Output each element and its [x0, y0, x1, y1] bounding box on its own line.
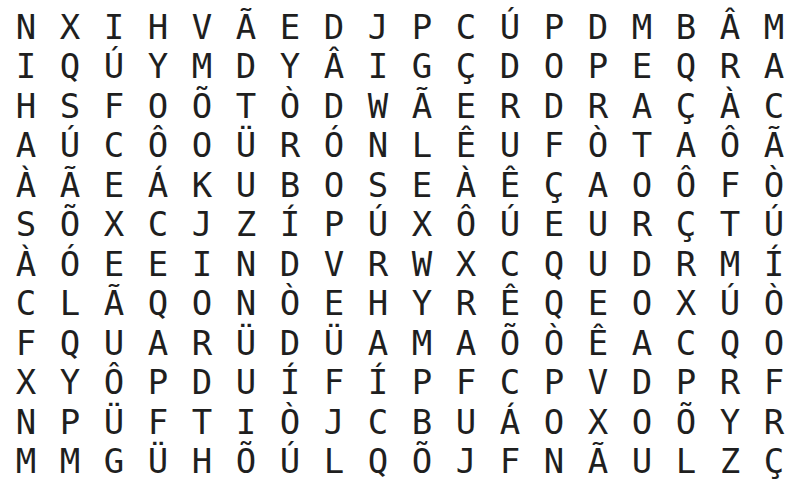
letter-cell-r12c8[interactable]: L: [312, 442, 356, 482]
letter-cell-r3c1[interactable]: H: [4, 86, 48, 126]
letter-cell-r12c18[interactable]: Ç: [752, 442, 796, 482]
letter-cell-r4c8[interactable]: Ó: [312, 126, 356, 166]
letter-cell-r6c1[interactable]: S: [4, 205, 48, 245]
letter-cell-r7c14[interactable]: U: [576, 244, 620, 284]
letter-cell-r2c9[interactable]: I: [356, 47, 400, 87]
letter-cell-r9c18[interactable]: O: [752, 323, 796, 363]
letter-cell-r8c1[interactable]: C: [4, 284, 48, 324]
letter-cell-r10c4[interactable]: P: [136, 363, 180, 403]
letter-cell-r4c4[interactable]: Ô: [136, 126, 180, 166]
letter-cell-r4c6[interactable]: Ü: [224, 126, 268, 166]
letter-cell-r4c14[interactable]: Ò: [576, 126, 620, 166]
letter-cell-r1c11[interactable]: C: [444, 7, 488, 47]
letter-cell-r2c18[interactable]: A: [752, 47, 796, 87]
letter-cell-r11c2[interactable]: P: [48, 402, 92, 442]
letter-cell-r6c2[interactable]: Õ: [48, 205, 92, 245]
letter-cell-r6c4[interactable]: C: [136, 205, 180, 245]
letter-cell-r5c1[interactable]: À: [4, 165, 48, 205]
letter-cell-r7c17[interactable]: M: [708, 244, 752, 284]
letter-cell-r9c9[interactable]: A: [356, 323, 400, 363]
letter-cell-r10c18[interactable]: F: [752, 363, 796, 403]
letter-cell-r8c6[interactable]: N: [224, 284, 268, 324]
letter-cell-r6c14[interactable]: U: [576, 205, 620, 245]
letter-cell-r9c13[interactable]: Ò: [532, 323, 576, 363]
letter-cell-r8c2[interactable]: L: [48, 284, 92, 324]
letter-cell-r7c10[interactable]: W: [400, 244, 444, 284]
letter-cell-r12c1[interactable]: M: [4, 442, 48, 482]
letter-cell-r12c16[interactable]: L: [664, 442, 708, 482]
letter-cell-r5c13[interactable]: Ç: [532, 165, 576, 205]
letter-cell-r8c11[interactable]: R: [444, 284, 488, 324]
letter-cell-r9c8[interactable]: Ü: [312, 323, 356, 363]
letter-cell-r11c4[interactable]: F: [136, 402, 180, 442]
letter-cell-r3c6[interactable]: T: [224, 86, 268, 126]
letter-cell-r8c10[interactable]: Y: [400, 284, 444, 324]
letter-cell-r7c8[interactable]: V: [312, 244, 356, 284]
letter-cell-r4c5[interactable]: O: [180, 126, 224, 166]
letter-cell-r10c10[interactable]: P: [400, 363, 444, 403]
letter-cell-r12c9[interactable]: Q: [356, 442, 400, 482]
letter-cell-r5c7[interactable]: B: [268, 165, 312, 205]
letter-cell-r10c13[interactable]: P: [532, 363, 576, 403]
letter-cell-r10c2[interactable]: Y: [48, 363, 92, 403]
letter-cell-r3c14[interactable]: R: [576, 86, 620, 126]
letter-cell-r11c10[interactable]: B: [400, 402, 444, 442]
letter-cell-r2c6[interactable]: D: [224, 47, 268, 87]
letter-cell-r10c8[interactable]: F: [312, 363, 356, 403]
letter-cell-r4c17[interactable]: Ô: [708, 126, 752, 166]
letter-cell-r12c4[interactable]: Ü: [136, 442, 180, 482]
letter-cell-r8c17[interactable]: Ú: [708, 284, 752, 324]
letter-cell-r1c15[interactable]: M: [620, 7, 664, 47]
letter-cell-r4c10[interactable]: L: [400, 126, 444, 166]
letter-cell-r3c12[interactable]: R: [488, 86, 532, 126]
letter-cell-r11c9[interactable]: C: [356, 402, 400, 442]
letter-cell-r3c8[interactable]: D: [312, 86, 356, 126]
letter-cell-r1c13[interactable]: P: [532, 7, 576, 47]
letter-cell-r7c18[interactable]: Í: [752, 244, 796, 284]
letter-cell-r6c11[interactable]: Ô: [444, 205, 488, 245]
letter-cell-r5c9[interactable]: S: [356, 165, 400, 205]
letter-cell-r4c15[interactable]: T: [620, 126, 664, 166]
letter-cell-r7c2[interactable]: Ó: [48, 244, 92, 284]
letter-cell-r7c15[interactable]: D: [620, 244, 664, 284]
letter-cell-r2c8[interactable]: Â: [312, 47, 356, 87]
letter-cell-r9c4[interactable]: A: [136, 323, 180, 363]
letter-cell-r10c12[interactable]: C: [488, 363, 532, 403]
letter-cell-r10c1[interactable]: X: [4, 363, 48, 403]
letter-cell-r1c8[interactable]: D: [312, 7, 356, 47]
letter-cell-r7c1[interactable]: À: [4, 244, 48, 284]
letter-cell-r6c13[interactable]: E: [532, 205, 576, 245]
letter-cell-r4c12[interactable]: U: [488, 126, 532, 166]
letter-cell-r7c5[interactable]: I: [180, 244, 224, 284]
letter-cell-r3c7[interactable]: Ò: [268, 86, 312, 126]
letter-cell-r8c7[interactable]: Ò: [268, 284, 312, 324]
letter-cell-r9c11[interactable]: A: [444, 323, 488, 363]
letter-cell-r2c1[interactable]: I: [4, 47, 48, 87]
letter-cell-r1c5[interactable]: V: [180, 7, 224, 47]
letter-cell-r8c13[interactable]: Q: [532, 284, 576, 324]
letter-cell-r9c2[interactable]: Q: [48, 323, 92, 363]
letter-cell-r1c18[interactable]: M: [752, 7, 796, 47]
letter-cell-r9c14[interactable]: Ê: [576, 323, 620, 363]
letter-cell-r5c5[interactable]: K: [180, 165, 224, 205]
letter-cell-r5c18[interactable]: Ò: [752, 165, 796, 205]
letter-cell-r9c15[interactable]: A: [620, 323, 664, 363]
letter-cell-r4c7[interactable]: R: [268, 126, 312, 166]
letter-cell-r6c3[interactable]: X: [92, 205, 136, 245]
letter-cell-r2c12[interactable]: D: [488, 47, 532, 87]
letter-cell-r11c3[interactable]: Ü: [92, 402, 136, 442]
letter-cell-r7c12[interactable]: C: [488, 244, 532, 284]
letter-cell-r6c16[interactable]: Ç: [664, 205, 708, 245]
letter-cell-r6c5[interactable]: J: [180, 205, 224, 245]
letter-cell-r4c1[interactable]: A: [4, 126, 48, 166]
letter-cell-r9c10[interactable]: M: [400, 323, 444, 363]
letter-cell-r9c5[interactable]: R: [180, 323, 224, 363]
letter-cell-r6c15[interactable]: R: [620, 205, 664, 245]
letter-cell-r4c9[interactable]: N: [356, 126, 400, 166]
letter-cell-r10c16[interactable]: P: [664, 363, 708, 403]
letter-cell-r2c13[interactable]: O: [532, 47, 576, 87]
letter-cell-r5c2[interactable]: Ã: [48, 165, 92, 205]
letter-cell-r10c9[interactable]: Í: [356, 363, 400, 403]
letter-cell-r2c7[interactable]: Y: [268, 47, 312, 87]
letter-cell-r1c2[interactable]: X: [48, 7, 92, 47]
letter-cell-r2c4[interactable]: Y: [136, 47, 180, 87]
letter-cell-r6c8[interactable]: P: [312, 205, 356, 245]
letter-cell-r1c7[interactable]: E: [268, 7, 312, 47]
letter-cell-r4c13[interactable]: F: [532, 126, 576, 166]
letter-cell-r12c17[interactable]: Z: [708, 442, 752, 482]
letter-cell-r6c17[interactable]: T: [708, 205, 752, 245]
letter-cell-r12c5[interactable]: H: [180, 442, 224, 482]
letter-cell-r7c3[interactable]: E: [92, 244, 136, 284]
letter-cell-r2c16[interactable]: Q: [664, 47, 708, 87]
letter-cell-r12c2[interactable]: M: [48, 442, 92, 482]
letter-cell-r10c17[interactable]: R: [708, 363, 752, 403]
letter-cell-r7c9[interactable]: R: [356, 244, 400, 284]
letter-cell-r3c3[interactable]: F: [92, 86, 136, 126]
letter-cell-r9c7[interactable]: D: [268, 323, 312, 363]
letter-cell-r5c11[interactable]: À: [444, 165, 488, 205]
letter-cell-r5c17[interactable]: F: [708, 165, 752, 205]
letter-cell-r11c11[interactable]: U: [444, 402, 488, 442]
letter-cell-r3c16[interactable]: Ç: [664, 86, 708, 126]
letter-cell-r2c5[interactable]: M: [180, 47, 224, 87]
letter-cell-r12c7[interactable]: Ú: [268, 442, 312, 482]
letter-cell-r11c7[interactable]: Ò: [268, 402, 312, 442]
letter-cell-r3c15[interactable]: A: [620, 86, 664, 126]
letter-cell-r1c17[interactable]: Â: [708, 7, 752, 47]
letter-cell-r8c9[interactable]: H: [356, 284, 400, 324]
letter-cell-r7c6[interactable]: N: [224, 244, 268, 284]
letter-cell-r6c12[interactable]: Ú: [488, 205, 532, 245]
letter-cell-r5c16[interactable]: Ô: [664, 165, 708, 205]
letter-cell-r11c12[interactable]: Á: [488, 402, 532, 442]
letter-cell-r11c1[interactable]: N: [4, 402, 48, 442]
letter-cell-r12c10[interactable]: Õ: [400, 442, 444, 482]
letter-cell-r3c10[interactable]: Ã: [400, 86, 444, 126]
letter-cell-r11c17[interactable]: Y: [708, 402, 752, 442]
letter-cell-r2c15[interactable]: E: [620, 47, 664, 87]
letter-cell-r1c4[interactable]: H: [136, 7, 180, 47]
letter-cell-r12c3[interactable]: G: [92, 442, 136, 482]
letter-cell-r2c11[interactable]: Ç: [444, 47, 488, 87]
letter-cell-r9c3[interactable]: U: [92, 323, 136, 363]
letter-cell-r10c11[interactable]: F: [444, 363, 488, 403]
letter-cell-r6c9[interactable]: Ú: [356, 205, 400, 245]
letter-cell-r1c16[interactable]: B: [664, 7, 708, 47]
letter-cell-r11c6[interactable]: I: [224, 402, 268, 442]
letter-cell-r7c11[interactable]: X: [444, 244, 488, 284]
letter-cell-r5c12[interactable]: Ê: [488, 165, 532, 205]
letter-cell-r2c3[interactable]: Ú: [92, 47, 136, 87]
letter-cell-r4c18[interactable]: Ã: [752, 126, 796, 166]
letter-cell-r10c14[interactable]: V: [576, 363, 620, 403]
letter-cell-r5c3[interactable]: E: [92, 165, 136, 205]
letter-cell-r6c7[interactable]: Í: [268, 205, 312, 245]
letter-cell-r2c2[interactable]: Q: [48, 47, 92, 87]
letter-cell-r1c6[interactable]: Ã: [224, 7, 268, 47]
letter-cell-r5c14[interactable]: A: [576, 165, 620, 205]
letter-cell-r8c15[interactable]: O: [620, 284, 664, 324]
letter-cell-r8c3[interactable]: Ã: [92, 284, 136, 324]
letter-cell-r9c6[interactable]: Ü: [224, 323, 268, 363]
letter-cell-r11c8[interactable]: J: [312, 402, 356, 442]
letter-cell-r3c11[interactable]: E: [444, 86, 488, 126]
letter-cell-r4c2[interactable]: Ú: [48, 126, 92, 166]
letter-cell-r8c18[interactable]: Ò: [752, 284, 796, 324]
letter-cell-r9c16[interactable]: C: [664, 323, 708, 363]
letter-cell-r2c14[interactable]: P: [576, 47, 620, 87]
letter-cell-r5c10[interactable]: E: [400, 165, 444, 205]
letter-cell-r6c18[interactable]: Ú: [752, 205, 796, 245]
letter-cell-r1c12[interactable]: Ú: [488, 7, 532, 47]
word-search-grid: NXIHVÃEDJPCÚPDMBÂMIQÚYMDYÂIGÇDOPEQRAHSFO…: [4, 7, 796, 481]
letter-cell-r11c5[interactable]: T: [180, 402, 224, 442]
letter-cell-r2c17[interactable]: R: [708, 47, 752, 87]
letter-cell-r10c6[interactable]: U: [224, 363, 268, 403]
letter-cell-r3c17[interactable]: À: [708, 86, 752, 126]
letter-cell-r1c14[interactable]: D: [576, 7, 620, 47]
letter-cell-r11c14[interactable]: X: [576, 402, 620, 442]
letter-cell-r7c4[interactable]: E: [136, 244, 180, 284]
letter-cell-r11c13[interactable]: O: [532, 402, 576, 442]
letter-cell-r5c4[interactable]: Á: [136, 165, 180, 205]
letter-cell-r11c15[interactable]: O: [620, 402, 664, 442]
letter-cell-r1c10[interactable]: P: [400, 7, 444, 47]
letter-cell-r8c8[interactable]: E: [312, 284, 356, 324]
letter-cell-r4c16[interactable]: A: [664, 126, 708, 166]
letter-cell-r2c10[interactable]: G: [400, 47, 444, 87]
letter-cell-r9c12[interactable]: Õ: [488, 323, 532, 363]
letter-cell-r1c3[interactable]: I: [92, 7, 136, 47]
letter-cell-r3c13[interactable]: D: [532, 86, 576, 126]
letter-cell-r5c15[interactable]: O: [620, 165, 664, 205]
letter-cell-r9c17[interactable]: Q: [708, 323, 752, 363]
letter-cell-r10c7[interactable]: Í: [268, 363, 312, 403]
letter-cell-r10c5[interactable]: D: [180, 363, 224, 403]
letter-cell-r4c11[interactable]: Ê: [444, 126, 488, 166]
word-search-screen: NXIHVÃEDJPCÚPDMBÂMIQÚYMDYÂIGÇDOPEQRAHSFO…: [0, 0, 800, 487]
letter-cell-r12c15[interactable]: U: [620, 442, 664, 482]
letter-cell-r10c15[interactable]: D: [620, 363, 664, 403]
letter-cell-r4c3[interactable]: C: [92, 126, 136, 166]
letter-cell-r3c5[interactable]: Õ: [180, 86, 224, 126]
letter-cell-r12c12[interactable]: F: [488, 442, 532, 482]
letter-cell-r1c1[interactable]: N: [4, 7, 48, 47]
letter-cell-r8c14[interactable]: E: [576, 284, 620, 324]
letter-cell-r7c7[interactable]: D: [268, 244, 312, 284]
letter-cell-r12c11[interactable]: J: [444, 442, 488, 482]
letter-cell-r11c16[interactable]: Õ: [664, 402, 708, 442]
letter-cell-r8c5[interactable]: O: [180, 284, 224, 324]
letter-cell-r9c1[interactable]: F: [4, 323, 48, 363]
letter-cell-r3c2[interactable]: S: [48, 86, 92, 126]
letter-cell-r6c6[interactable]: Z: [224, 205, 268, 245]
letter-cell-r7c13[interactable]: Q: [532, 244, 576, 284]
letter-cell-r5c8[interactable]: O: [312, 165, 356, 205]
letter-cell-r11c18[interactable]: R: [752, 402, 796, 442]
letter-cell-r10c3[interactable]: Ô: [92, 363, 136, 403]
letter-cell-r8c12[interactable]: Ê: [488, 284, 532, 324]
letter-cell-r8c4[interactable]: Q: [136, 284, 180, 324]
letter-cell-r3c18[interactable]: C: [752, 86, 796, 126]
letter-cell-r8c16[interactable]: X: [664, 284, 708, 324]
letter-cell-r7c16[interactable]: R: [664, 244, 708, 284]
letter-cell-r12c13[interactable]: N: [532, 442, 576, 482]
letter-cell-r12c14[interactable]: Ã: [576, 442, 620, 482]
letter-cell-r3c4[interactable]: O: [136, 86, 180, 126]
letter-cell-r1c9[interactable]: J: [356, 7, 400, 47]
letter-cell-r5c6[interactable]: U: [224, 165, 268, 205]
letter-cell-r12c6[interactable]: Õ: [224, 442, 268, 482]
letter-cell-r3c9[interactable]: W: [356, 86, 400, 126]
letter-cell-r6c10[interactable]: X: [400, 205, 444, 245]
